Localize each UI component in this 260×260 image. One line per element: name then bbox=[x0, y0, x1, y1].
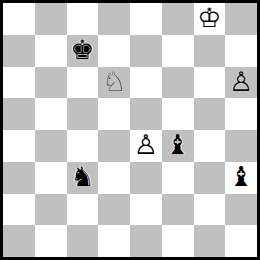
square-a5[interactable] bbox=[3, 98, 35, 130]
square-e4[interactable]: ♙ bbox=[130, 130, 162, 162]
square-e2[interactable] bbox=[130, 194, 162, 226]
piece-white-pawn[interactable]: ♙ bbox=[134, 131, 158, 158]
square-c8[interactable] bbox=[67, 3, 99, 35]
square-h1[interactable] bbox=[225, 225, 257, 257]
square-d8[interactable] bbox=[98, 3, 130, 35]
chess-board: ♔♚♘♙♙♝♞♝ bbox=[0, 0, 260, 260]
piece-white-king[interactable]: ♔ bbox=[197, 4, 221, 31]
square-c3[interactable]: ♞ bbox=[67, 162, 99, 194]
square-a4[interactable] bbox=[3, 130, 35, 162]
square-e6[interactable] bbox=[130, 67, 162, 99]
square-d6[interactable]: ♘ bbox=[98, 67, 130, 99]
square-c2[interactable] bbox=[67, 194, 99, 226]
square-d7[interactable] bbox=[98, 35, 130, 67]
square-a7[interactable] bbox=[3, 35, 35, 67]
square-f8[interactable] bbox=[162, 3, 194, 35]
square-a8[interactable] bbox=[3, 3, 35, 35]
square-e7[interactable] bbox=[130, 35, 162, 67]
square-f3[interactable] bbox=[162, 162, 194, 194]
square-c1[interactable] bbox=[67, 225, 99, 257]
square-a6[interactable] bbox=[3, 67, 35, 99]
square-g1[interactable] bbox=[194, 225, 226, 257]
square-a2[interactable] bbox=[3, 194, 35, 226]
square-a1[interactable] bbox=[3, 225, 35, 257]
square-h7[interactable] bbox=[225, 35, 257, 67]
chess-diagram: ♔♚♘♙♙♝♞♝ bbox=[0, 0, 260, 260]
square-b6[interactable] bbox=[35, 67, 67, 99]
square-c6[interactable] bbox=[67, 67, 99, 99]
square-h4[interactable] bbox=[225, 130, 257, 162]
square-c7[interactable]: ♚ bbox=[67, 35, 99, 67]
square-f5[interactable] bbox=[162, 98, 194, 130]
square-g2[interactable] bbox=[194, 194, 226, 226]
square-g4[interactable] bbox=[194, 130, 226, 162]
square-g8[interactable]: ♔ bbox=[194, 3, 226, 35]
piece-black-bishop[interactable]: ♝ bbox=[166, 131, 190, 158]
square-h3[interactable]: ♝ bbox=[225, 162, 257, 194]
square-b1[interactable] bbox=[35, 225, 67, 257]
square-c4[interactable] bbox=[67, 130, 99, 162]
square-h2[interactable] bbox=[225, 194, 257, 226]
square-e5[interactable] bbox=[130, 98, 162, 130]
square-g6[interactable] bbox=[194, 67, 226, 99]
square-b3[interactable] bbox=[35, 162, 67, 194]
piece-black-bishop[interactable]: ♝ bbox=[229, 163, 253, 190]
square-d4[interactable] bbox=[98, 130, 130, 162]
square-a3[interactable] bbox=[3, 162, 35, 194]
square-e3[interactable] bbox=[130, 162, 162, 194]
square-b4[interactable] bbox=[35, 130, 67, 162]
square-g7[interactable] bbox=[194, 35, 226, 67]
square-d5[interactable] bbox=[98, 98, 130, 130]
square-e1[interactable] bbox=[130, 225, 162, 257]
square-b8[interactable] bbox=[35, 3, 67, 35]
square-b7[interactable] bbox=[35, 35, 67, 67]
square-f1[interactable] bbox=[162, 225, 194, 257]
square-h6[interactable]: ♙ bbox=[225, 67, 257, 99]
square-c5[interactable] bbox=[67, 98, 99, 130]
square-b2[interactable] bbox=[35, 194, 67, 226]
piece-white-pawn[interactable]: ♙ bbox=[229, 68, 253, 95]
square-e8[interactable] bbox=[130, 3, 162, 35]
square-d3[interactable] bbox=[98, 162, 130, 194]
piece-black-knight[interactable]: ♞ bbox=[70, 163, 94, 190]
square-g3[interactable] bbox=[194, 162, 226, 194]
square-h5[interactable] bbox=[225, 98, 257, 130]
square-f4[interactable]: ♝ bbox=[162, 130, 194, 162]
square-f6[interactable] bbox=[162, 67, 194, 99]
piece-white-knight[interactable]: ♘ bbox=[102, 68, 126, 95]
piece-black-king[interactable]: ♚ bbox=[70, 36, 94, 63]
square-d1[interactable] bbox=[98, 225, 130, 257]
square-d2[interactable] bbox=[98, 194, 130, 226]
square-f7[interactable] bbox=[162, 35, 194, 67]
square-f2[interactable] bbox=[162, 194, 194, 226]
square-h8[interactable] bbox=[225, 3, 257, 35]
square-b5[interactable] bbox=[35, 98, 67, 130]
square-g5[interactable] bbox=[194, 98, 226, 130]
